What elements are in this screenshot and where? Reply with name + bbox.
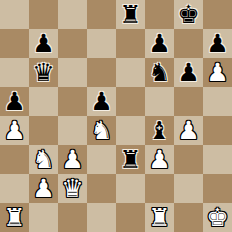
square-g7[interactable] — [174, 29, 203, 58]
square-c7[interactable] — [58, 29, 87, 58]
square-c6[interactable] — [58, 58, 87, 87]
square-b8[interactable] — [29, 0, 58, 29]
square-d2[interactable] — [87, 174, 116, 203]
square-d7[interactable] — [87, 29, 116, 58]
square-a6[interactable] — [0, 58, 29, 87]
square-f5[interactable] — [145, 87, 174, 116]
white-king: ♚ — [206, 203, 228, 232]
square-f8[interactable] — [145, 0, 174, 29]
square-b2[interactable]: ♟ — [29, 174, 58, 203]
square-e7[interactable] — [116, 29, 145, 58]
black-pawn: ♟ — [206, 29, 228, 58]
square-g1[interactable] — [174, 203, 203, 232]
square-b7[interactable]: ♟ — [29, 29, 58, 58]
black-pawn: ♟ — [177, 58, 199, 87]
square-c3[interactable]: ♟ — [58, 145, 87, 174]
square-d5[interactable]: ♟ — [87, 87, 116, 116]
black-rook: ♜ — [119, 0, 141, 29]
square-h7[interactable]: ♟ — [203, 29, 232, 58]
white-rook: ♜ — [3, 203, 25, 232]
square-h5[interactable] — [203, 87, 232, 116]
black-rook: ♜ — [119, 145, 141, 174]
square-h2[interactable] — [203, 174, 232, 203]
square-f4[interactable]: ♝ — [145, 116, 174, 145]
white-queen: ♛ — [61, 174, 83, 203]
square-a4[interactable]: ♟ — [0, 116, 29, 145]
square-e5[interactable] — [116, 87, 145, 116]
square-g3[interactable] — [174, 145, 203, 174]
square-g5[interactable] — [174, 87, 203, 116]
white-pawn: ♟ — [3, 116, 25, 145]
square-f3[interactable]: ♟ — [145, 145, 174, 174]
white-pawn: ♟ — [206, 58, 228, 87]
square-c2[interactable]: ♛ — [58, 174, 87, 203]
white-pawn: ♟ — [61, 145, 83, 174]
square-g2[interactable] — [174, 174, 203, 203]
square-h8[interactable] — [203, 0, 232, 29]
square-e4[interactable] — [116, 116, 145, 145]
square-a7[interactable] — [0, 29, 29, 58]
square-c8[interactable] — [58, 0, 87, 29]
square-c5[interactable] — [58, 87, 87, 116]
square-d4[interactable]: ♞ — [87, 116, 116, 145]
square-h1[interactable]: ♚ — [203, 203, 232, 232]
chess-board: ♜♚♟♟♟♛♞♟♟♟♟♟♞♝♟♞♟♜♟♟♛♜♜♚ — [0, 0, 232, 232]
square-f7[interactable]: ♟ — [145, 29, 174, 58]
square-a1[interactable]: ♜ — [0, 203, 29, 232]
black-queen: ♛ — [32, 58, 54, 87]
square-c1[interactable] — [58, 203, 87, 232]
square-g6[interactable]: ♟ — [174, 58, 203, 87]
square-a5[interactable]: ♟ — [0, 87, 29, 116]
square-b1[interactable] — [29, 203, 58, 232]
square-g4[interactable]: ♟ — [174, 116, 203, 145]
square-d3[interactable] — [87, 145, 116, 174]
square-b3[interactable]: ♞ — [29, 145, 58, 174]
square-h6[interactable]: ♟ — [203, 58, 232, 87]
square-a8[interactable] — [0, 0, 29, 29]
square-e8[interactable]: ♜ — [116, 0, 145, 29]
square-a3[interactable] — [0, 145, 29, 174]
square-g8[interactable]: ♚ — [174, 0, 203, 29]
square-f1[interactable]: ♜ — [145, 203, 174, 232]
white-knight: ♞ — [90, 116, 112, 145]
square-e6[interactable] — [116, 58, 145, 87]
square-d1[interactable] — [87, 203, 116, 232]
black-pawn: ♟ — [90, 87, 112, 116]
square-f2[interactable] — [145, 174, 174, 203]
white-rook: ♜ — [148, 203, 170, 232]
white-pawn: ♟ — [148, 145, 170, 174]
square-h4[interactable] — [203, 116, 232, 145]
square-b4[interactable] — [29, 116, 58, 145]
white-pawn: ♟ — [32, 174, 54, 203]
square-f6[interactable]: ♞ — [145, 58, 174, 87]
square-a2[interactable] — [0, 174, 29, 203]
black-bishop: ♝ — [148, 116, 170, 145]
square-e2[interactable] — [116, 174, 145, 203]
white-knight: ♞ — [32, 145, 54, 174]
square-c4[interactable] — [58, 116, 87, 145]
square-d6[interactable] — [87, 58, 116, 87]
white-pawn: ♟ — [177, 116, 199, 145]
black-king: ♚ — [177, 0, 199, 29]
square-e1[interactable] — [116, 203, 145, 232]
black-pawn: ♟ — [3, 87, 25, 116]
square-b5[interactable] — [29, 87, 58, 116]
square-d8[interactable] — [87, 0, 116, 29]
square-e3[interactable]: ♜ — [116, 145, 145, 174]
black-pawn: ♟ — [32, 29, 54, 58]
square-h3[interactable] — [203, 145, 232, 174]
black-knight: ♞ — [148, 58, 170, 87]
black-pawn: ♟ — [148, 29, 170, 58]
square-b6[interactable]: ♛ — [29, 58, 58, 87]
